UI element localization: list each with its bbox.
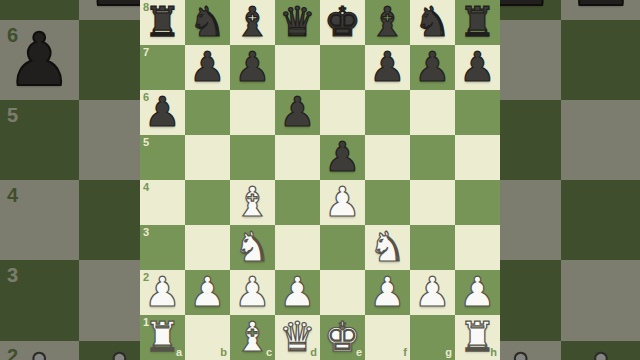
square-a8[interactable]: ♜8 [140, 0, 185, 45]
square-a7[interactable]: 7 [140, 45, 185, 90]
square-g8[interactable]: ♞ [410, 0, 455, 45]
black-pawn-d6[interactable]: ♟ [279, 92, 316, 133]
square-e1[interactable]: ♚e [320, 315, 365, 360]
black-pawn-f7[interactable]: ♟ [369, 47, 406, 88]
square-e6[interactable] [320, 90, 365, 135]
square-c3[interactable]: ♞ [230, 225, 275, 270]
black-bishop-c8[interactable]: ♝ [234, 2, 271, 43]
square-h4[interactable] [455, 180, 500, 225]
square-c4[interactable]: ♝ [230, 180, 275, 225]
file-label-b: b [220, 347, 227, 358]
square-c5[interactable] [230, 135, 275, 180]
white-pawn-a2[interactable]: ♟ [144, 272, 181, 313]
square-g3[interactable] [410, 225, 455, 270]
file-label-g: g [445, 347, 452, 358]
square-e8[interactable]: ♚ [320, 0, 365, 45]
square-g6[interactable] [410, 90, 455, 135]
square-d5[interactable] [275, 135, 320, 180]
square-f7[interactable]: ♟ [365, 45, 410, 90]
file-label-c: c [266, 347, 272, 358]
black-king-e8[interactable]: ♚ [324, 2, 361, 43]
square-g1[interactable]: g [410, 315, 455, 360]
square-c2[interactable]: ♟ [230, 270, 275, 315]
black-rook-h8[interactable]: ♜ [459, 2, 496, 43]
square-b1[interactable]: b [185, 315, 230, 360]
square-a4[interactable]: 4 [140, 180, 185, 225]
square-f5[interactable] [365, 135, 410, 180]
black-rook-a8[interactable]: ♜ [144, 2, 181, 43]
square-f2[interactable]: ♟ [365, 270, 410, 315]
file-label-a: a [176, 347, 182, 358]
square-e3[interactable] [320, 225, 365, 270]
white-pawn-h2[interactable]: ♟ [459, 272, 496, 313]
square-b7[interactable]: ♟ [185, 45, 230, 90]
rank-label-2: 2 [143, 272, 149, 283]
square-d3[interactable] [275, 225, 320, 270]
black-pawn-c7[interactable]: ♟ [234, 47, 271, 88]
white-pawn-e4[interactable]: ♟ [324, 182, 361, 223]
rank-label-7: 7 [143, 47, 149, 58]
square-d8[interactable]: ♛ [275, 0, 320, 45]
black-knight-g8[interactable]: ♞ [414, 2, 451, 43]
square-d4[interactable] [275, 180, 320, 225]
square-f1[interactable]: f [365, 315, 410, 360]
white-pawn-d2[interactable]: ♟ [279, 272, 316, 313]
black-pawn-a6[interactable]: ♟ [144, 92, 181, 133]
square-h6[interactable] [455, 90, 500, 135]
square-h2[interactable]: ♟ [455, 270, 500, 315]
square-b6[interactable] [185, 90, 230, 135]
square-c7[interactable]: ♟ [230, 45, 275, 90]
square-g7[interactable]: ♟ [410, 45, 455, 90]
square-f4[interactable] [365, 180, 410, 225]
rank-label-5: 5 [143, 137, 149, 148]
square-g5[interactable] [410, 135, 455, 180]
rank-label-8: 8 [143, 2, 149, 13]
square-b8[interactable]: ♞ [185, 0, 230, 45]
square-a3[interactable]: 3 [140, 225, 185, 270]
square-h5[interactable] [455, 135, 500, 180]
black-pawn-e5[interactable]: ♟ [324, 137, 361, 178]
square-c6[interactable] [230, 90, 275, 135]
square-b5[interactable] [185, 135, 230, 180]
black-knight-b8[interactable]: ♞ [189, 2, 226, 43]
chess-board[interactable]: ♜8♞♝♛♚♝♞♜7♟♟♟♟♟♟6♟5♟4♝♟3♞♞♟2♟♟♟♟♟♟♜1ab♝c… [140, 0, 500, 360]
square-d1[interactable]: ♛d [275, 315, 320, 360]
square-f3[interactable]: ♞ [365, 225, 410, 270]
rank-label-3: 3 [143, 227, 149, 238]
square-f6[interactable] [365, 90, 410, 135]
file-label-d: d [310, 347, 317, 358]
square-g2[interactable]: ♟ [410, 270, 455, 315]
square-f8[interactable]: ♝ [365, 0, 410, 45]
white-pawn-b2[interactable]: ♟ [189, 272, 226, 313]
file-label-h: h [490, 347, 497, 358]
square-e7[interactable] [320, 45, 365, 90]
square-d6[interactable]: ♟ [275, 90, 320, 135]
file-label-f: f [403, 347, 407, 358]
square-d7[interactable] [275, 45, 320, 90]
square-h3[interactable] [455, 225, 500, 270]
square-c1[interactable]: ♝c [230, 315, 275, 360]
file-label-e: e [356, 347, 362, 358]
square-b3[interactable] [185, 225, 230, 270]
white-pawn-f2[interactable]: ♟ [369, 272, 406, 313]
square-b2[interactable]: ♟ [185, 270, 230, 315]
square-e2[interactable] [320, 270, 365, 315]
black-pawn-g7[interactable]: ♟ [414, 47, 451, 88]
square-a6[interactable]: ♟6 [140, 90, 185, 135]
square-c8[interactable]: ♝ [230, 0, 275, 45]
black-pawn-h7[interactable]: ♟ [459, 47, 496, 88]
square-a1[interactable]: ♜1a [140, 315, 185, 360]
square-e4[interactable]: ♟ [320, 180, 365, 225]
square-h1[interactable]: ♜h [455, 315, 500, 360]
square-g4[interactable] [410, 180, 455, 225]
square-h7[interactable]: ♟ [455, 45, 500, 90]
square-d2[interactable]: ♟ [275, 270, 320, 315]
white-pawn-g2[interactable]: ♟ [414, 272, 451, 313]
square-b4[interactable] [185, 180, 230, 225]
black-queen-d8[interactable]: ♛ [279, 2, 316, 43]
rank-label-4: 4 [143, 182, 149, 193]
rank-label-1: 1 [143, 317, 149, 328]
rank-label-6: 6 [143, 92, 149, 103]
square-a2[interactable]: ♟2 [140, 270, 185, 315]
white-bishop-c4[interactable]: ♝ [234, 182, 271, 223]
white-knight-f3[interactable]: ♞ [369, 227, 406, 268]
square-h8[interactable]: ♜ [455, 0, 500, 45]
square-e5[interactable]: ♟ [320, 135, 365, 180]
black-bishop-f8[interactable]: ♝ [369, 2, 406, 43]
black-pawn-b7[interactable]: ♟ [189, 47, 226, 88]
square-a5[interactable]: 5 [140, 135, 185, 180]
video-frame: ♜8♞♝♛♚♝♞♜7♟♟♟♟♟♟6♟5♟4♝♟3♞♞♟2♟♟♟♟♟♟♜1ab♝c… [0, 0, 640, 360]
white-knight-c3[interactable]: ♞ [234, 227, 271, 268]
white-pawn-c2[interactable]: ♟ [234, 272, 271, 313]
